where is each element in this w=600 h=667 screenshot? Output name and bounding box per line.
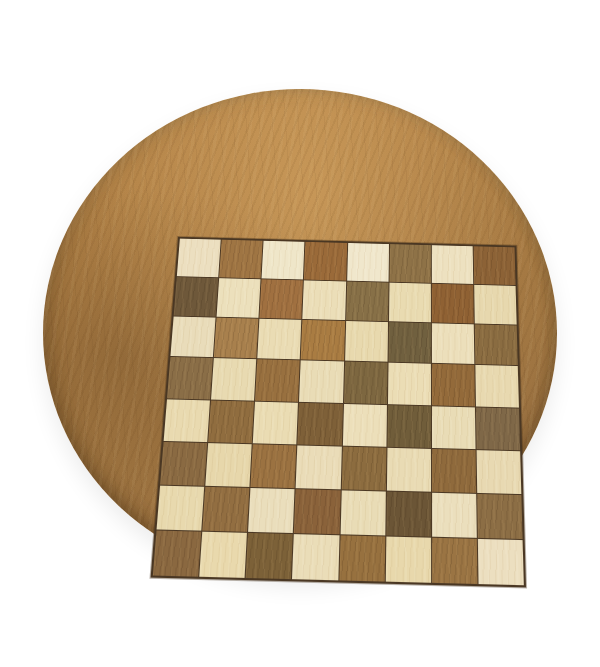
- square-h2: [477, 494, 522, 539]
- square-c2: [248, 488, 295, 533]
- square-f3: [387, 447, 431, 491]
- square-e8: [347, 243, 389, 282]
- square-d6: [301, 320, 345, 361]
- square-h5: [475, 365, 519, 407]
- square-g6: [432, 323, 475, 364]
- square-d8: [304, 242, 346, 281]
- square-f6: [388, 322, 431, 363]
- square-h3: [476, 450, 521, 494]
- square-e1: [339, 535, 385, 581]
- square-c5: [255, 360, 300, 402]
- square-a2: [157, 485, 205, 530]
- square-f8: [389, 244, 430, 283]
- square-c4: [253, 401, 298, 444]
- square-c8: [262, 241, 305, 280]
- square-g5: [432, 364, 475, 406]
- square-e4: [342, 403, 386, 446]
- square-d4: [298, 402, 343, 445]
- square-h6: [475, 325, 518, 366]
- square-f5: [388, 363, 431, 405]
- square-h1: [478, 539, 524, 585]
- square-b2: [202, 487, 249, 532]
- wooden-disc: [43, 89, 557, 577]
- square-b7: [217, 278, 261, 318]
- square-a3: [160, 442, 207, 486]
- square-e5: [344, 362, 388, 404]
- photo-canvas: [0, 0, 600, 667]
- square-f4: [387, 405, 431, 448]
- square-f1: [385, 536, 430, 582]
- square-g7: [432, 284, 474, 324]
- square-b8: [219, 240, 263, 279]
- square-b5: [211, 358, 256, 400]
- square-a1: [153, 530, 201, 576]
- square-b3: [205, 443, 252, 487]
- square-d1: [292, 534, 339, 580]
- square-a8: [177, 239, 221, 278]
- square-g2: [432, 492, 477, 537]
- square-b4: [208, 400, 254, 443]
- square-g8: [432, 245, 474, 284]
- square-d7: [303, 281, 346, 321]
- square-f2: [386, 491, 431, 536]
- square-f7: [389, 283, 431, 323]
- square-b1: [199, 532, 247, 578]
- square-d3: [296, 445, 341, 489]
- square-b6: [214, 318, 259, 359]
- square-d5: [299, 361, 343, 403]
- square-a7: [174, 277, 219, 317]
- square-a5: [167, 357, 213, 399]
- square-g3: [432, 449, 476, 493]
- square-e3: [341, 446, 386, 490]
- square-e6: [345, 321, 388, 362]
- square-c3: [251, 444, 297, 488]
- square-e2: [340, 490, 385, 535]
- square-d2: [294, 489, 340, 534]
- square-c7: [260, 279, 304, 319]
- square-g1: [432, 538, 477, 584]
- square-h7: [474, 285, 517, 325]
- square-h4: [476, 407, 520, 450]
- chessboard: [151, 237, 526, 588]
- square-e7: [346, 282, 389, 322]
- square-c1: [246, 533, 293, 579]
- square-c6: [258, 319, 302, 360]
- square-g4: [432, 406, 476, 449]
- square-a6: [170, 317, 215, 358]
- square-a4: [164, 399, 210, 442]
- square-h8: [474, 246, 516, 285]
